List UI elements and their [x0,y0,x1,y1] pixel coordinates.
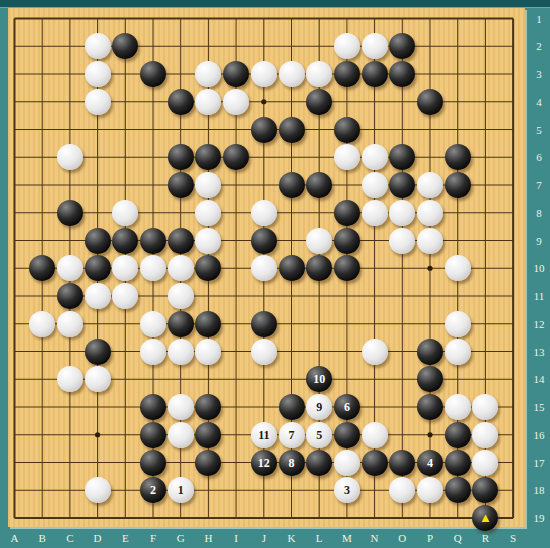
row-label-3: 3 [528,68,550,80]
black-stone-F9[interactable] [140,228,166,254]
black-stone-K7[interactable] [279,172,305,198]
black-stone-Q6[interactable] [445,144,471,170]
column-label-A: A [5,532,25,544]
black-stone-M10[interactable] [334,255,360,281]
black-stone-K17[interactable]: 8 [279,450,305,476]
black-stone-H12[interactable] [195,311,221,337]
move-number-label: 7 [289,429,295,441]
move-number-label: 1 [178,484,184,496]
black-stone-I3[interactable] [223,61,249,87]
black-stone-N3[interactable] [362,61,388,87]
white-stone-H9[interactable] [195,228,221,254]
white-stone-K16[interactable]: 7 [279,422,305,448]
black-stone-P15[interactable] [417,394,443,420]
row-label-4: 4 [528,96,550,108]
white-stone-L9[interactable] [306,228,332,254]
black-stone-Q16[interactable] [445,422,471,448]
black-stone-H17[interactable] [195,450,221,476]
black-stone-J17[interactable]: 12 [251,450,277,476]
white-stone-K3[interactable] [279,61,305,87]
white-stone-J16[interactable]: 11 [251,422,277,448]
column-label-Q: Q [448,532,468,544]
black-stone-J9[interactable] [251,228,277,254]
column-label-D: D [88,532,108,544]
move-number-label: 6 [344,401,350,413]
row-label-17: 17 [528,457,550,469]
move-number-label: 10 [313,373,325,385]
white-stone-G18[interactable]: 1 [168,477,194,503]
black-stone-D9[interactable] [85,228,111,254]
black-stone-M9[interactable] [334,228,360,254]
white-stone-R17[interactable] [472,450,498,476]
white-stone-E8[interactable] [112,200,138,226]
black-stone-K5[interactable] [279,117,305,143]
white-stone-G15[interactable] [168,394,194,420]
black-stone-J12[interactable] [251,311,277,337]
white-stone-H13[interactable] [195,339,221,365]
row-label-19: 19 [528,512,550,524]
black-stone-H16[interactable] [195,422,221,448]
black-stone-O17[interactable] [389,450,415,476]
white-stone-D2[interactable] [85,33,111,59]
black-stone-F15[interactable] [140,394,166,420]
star-point [95,432,100,437]
white-stone-J10[interactable] [251,255,277,281]
black-stone-M3[interactable] [334,61,360,87]
black-stone-K10[interactable] [279,255,305,281]
row-label-2: 2 [528,40,550,52]
white-stone-C6[interactable] [57,144,83,170]
black-stone-Q17[interactable] [445,450,471,476]
column-label-H: H [198,532,218,544]
black-stone-P13[interactable] [417,339,443,365]
black-stone-D10[interactable] [85,255,111,281]
row-label-15: 15 [528,401,550,413]
white-stone-D14[interactable] [85,366,111,392]
white-stone-M6[interactable] [334,144,360,170]
white-stone-D18[interactable] [85,477,111,503]
row-label-6: 6 [528,151,550,163]
black-stone-M5[interactable] [334,117,360,143]
row-label-16: 16 [528,429,550,441]
row-label-8: 8 [528,207,550,219]
white-stone-J3[interactable] [251,61,277,87]
row-label-1: 1 [528,13,550,25]
white-stone-Q12[interactable] [445,311,471,337]
white-stone-H4[interactable] [195,89,221,115]
row-label-12: 12 [528,318,550,330]
black-stone-M15[interactable]: 6 [334,394,360,420]
white-stone-N8[interactable] [362,200,388,226]
black-stone-F16[interactable] [140,422,166,448]
white-stone-M17[interactable] [334,450,360,476]
black-stone-L17[interactable] [306,450,332,476]
column-label-O: O [392,532,412,544]
black-stone-C11[interactable] [57,283,83,309]
black-stone-G12[interactable] [168,311,194,337]
white-stone-F12[interactable] [140,311,166,337]
row-label-18: 18 [528,484,550,496]
white-stone-J13[interactable] [251,339,277,365]
white-stone-C14[interactable] [57,366,83,392]
black-stone-K15[interactable] [279,394,305,420]
move-number-label: 11 [258,429,269,441]
white-stone-G10[interactable] [168,255,194,281]
column-label-I: I [226,532,246,544]
row-label-9: 9 [528,235,550,247]
column-label-L: L [309,532,329,544]
column-label-J: J [254,532,274,544]
row-label-14: 14 [528,373,550,385]
white-stone-G11[interactable] [168,283,194,309]
row-label-13: 13 [528,346,550,358]
star-point [427,432,432,437]
white-stone-D3[interactable] [85,61,111,87]
black-stone-P4[interactable] [417,89,443,115]
column-label-M: M [337,532,357,544]
move-number-label: 5 [316,429,322,441]
go-board[interactable]: 109611751284213▲ [8,8,525,527]
black-stone-G6[interactable] [168,144,194,170]
white-stone-L15[interactable]: 9 [306,394,332,420]
row-label-5: 5 [528,124,550,136]
column-label-K: K [282,532,302,544]
black-stone-M16[interactable] [334,422,360,448]
column-label-P: P [420,532,440,544]
white-stone-L3[interactable] [306,61,332,87]
white-stone-N7[interactable] [362,172,388,198]
column-label-R: R [475,532,495,544]
black-stone-R19[interactable]: ▲ [472,505,498,531]
row-label-7: 7 [528,179,550,191]
white-stone-N16[interactable] [362,422,388,448]
white-stone-G13[interactable] [168,339,194,365]
column-label-F: F [143,532,163,544]
white-stone-D4[interactable] [85,89,111,115]
move-number-label: 2 [150,484,156,496]
black-stone-L4[interactable] [306,89,332,115]
black-stone-F17[interactable] [140,450,166,476]
move-number-label: 4 [427,457,433,469]
black-stone-G4[interactable] [168,89,194,115]
black-stone-L7[interactable] [306,172,332,198]
black-stone-Q18[interactable] [445,477,471,503]
white-stone-Q10[interactable] [445,255,471,281]
black-stone-G7[interactable] [168,172,194,198]
white-stone-P7[interactable] [417,172,443,198]
star-point [261,99,266,104]
column-label-G: G [171,532,191,544]
column-label-B: B [32,532,52,544]
white-stone-M2[interactable] [334,33,360,59]
window-top-band [0,0,550,8]
black-stone-G9[interactable] [168,228,194,254]
move-number-label: 8 [289,457,295,469]
white-stone-Q13[interactable] [445,339,471,365]
black-stone-E9[interactable] [112,228,138,254]
go-app-window: 109611751284213▲ ABCDEFGHIJKLMNOPQRS 123… [0,0,550,548]
white-stone-F13[interactable] [140,339,166,365]
move-number-label: 9 [316,401,322,413]
move-number-label: 3 [344,484,350,496]
white-stone-O9[interactable] [389,228,415,254]
white-stone-P9[interactable] [417,228,443,254]
triangle-marker-icon: ▲ [479,511,492,524]
white-stone-Q15[interactable] [445,394,471,420]
move-number-label: 12 [258,457,270,469]
white-stone-N2[interactable] [362,33,388,59]
column-label-N: N [365,532,385,544]
white-stone-I4[interactable] [223,89,249,115]
white-stone-R16[interactable] [472,422,498,448]
white-stone-J8[interactable] [251,200,277,226]
white-stone-M18[interactable]: 3 [334,477,360,503]
black-stone-F3[interactable] [140,61,166,87]
white-stone-N13[interactable] [362,339,388,365]
white-stone-P8[interactable] [417,200,443,226]
white-stone-C12[interactable] [57,311,83,337]
column-label-S: S [503,532,523,544]
white-stone-G16[interactable] [168,422,194,448]
black-stone-P17[interactable]: 4 [417,450,443,476]
black-stone-D13[interactable] [85,339,111,365]
black-stone-N17[interactable] [362,450,388,476]
white-stone-N6[interactable] [362,144,388,170]
star-point [427,266,432,271]
white-stone-H8[interactable] [195,200,221,226]
white-stone-B12[interactable] [29,311,55,337]
row-label-10: 10 [528,262,550,274]
black-stone-J5[interactable] [251,117,277,143]
row-label-11: 11 [528,290,550,302]
white-stone-L16[interactable]: 5 [306,422,332,448]
white-stone-D11[interactable] [85,283,111,309]
black-stone-C8[interactable] [57,200,83,226]
black-stone-Q7[interactable] [445,172,471,198]
black-stone-M8[interactable] [334,200,360,226]
column-label-C: C [60,532,80,544]
white-stone-O8[interactable] [389,200,415,226]
column-label-E: E [115,532,135,544]
white-stone-C10[interactable] [57,255,83,281]
